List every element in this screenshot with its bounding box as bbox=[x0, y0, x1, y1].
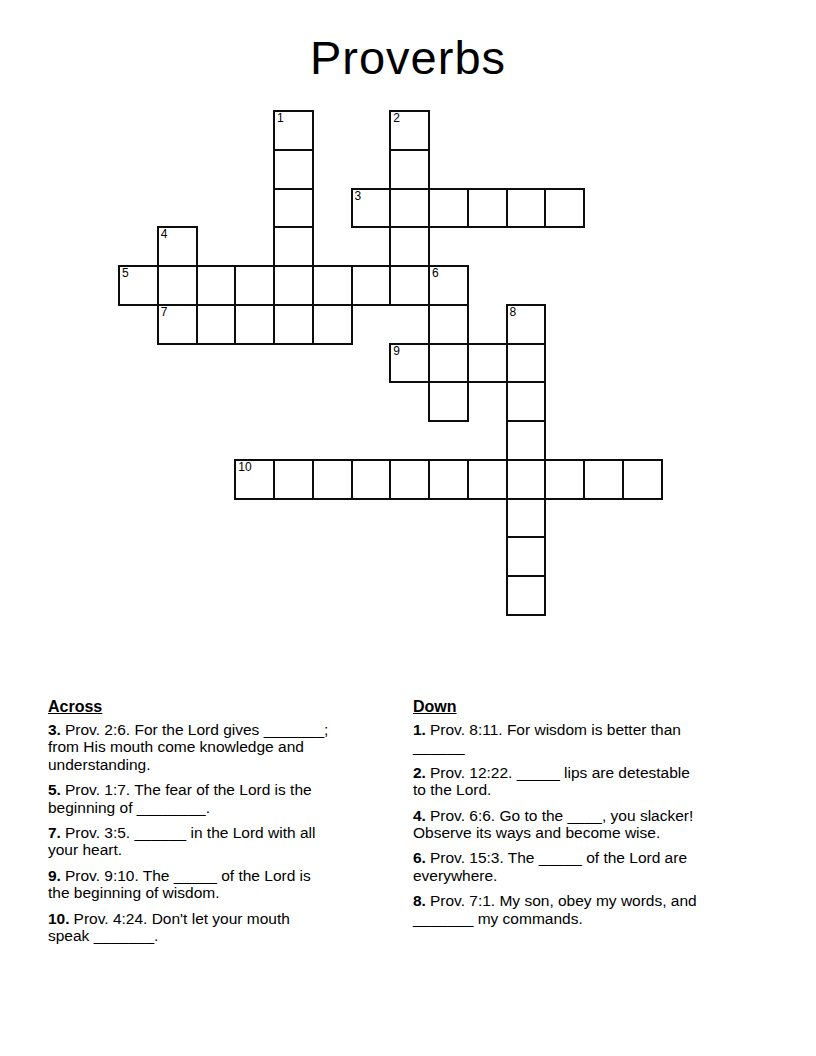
grid-cell-r2c8[interactable] bbox=[428, 188, 469, 229]
grid-cell-r6c7[interactable]: 9 bbox=[389, 343, 430, 384]
grid-cell-r11c10[interactable] bbox=[506, 536, 547, 577]
grid-cell-r1c4[interactable] bbox=[273, 149, 314, 190]
grid-cell-r2c9[interactable] bbox=[467, 188, 508, 229]
grid-cell-r3c4[interactable] bbox=[273, 226, 314, 267]
clue-down-6: 6.Prov. 15:3. The _____ of the Lord are … bbox=[413, 849, 751, 884]
grid-cell-r4c8[interactable]: 6 bbox=[428, 265, 469, 306]
grid-cell-r9c12[interactable] bbox=[583, 459, 624, 500]
grid-cell-r9c6[interactable] bbox=[351, 459, 392, 500]
clue-text: Prov. 4:24. Don't let your mouth speak _… bbox=[48, 910, 290, 944]
clue-number: 8. bbox=[413, 892, 426, 909]
grid-cell-r4c6[interactable] bbox=[351, 265, 392, 306]
cell-number-2: 2 bbox=[393, 112, 400, 125]
grid-cell-r7c8[interactable] bbox=[428, 381, 469, 422]
cell-number-4: 4 bbox=[161, 228, 168, 241]
crossword-grid: 12345678910 bbox=[118, 110, 663, 616]
grid-cell-r12c10[interactable] bbox=[506, 575, 547, 616]
down-header: Down bbox=[413, 698, 751, 716]
clue-down-8: 8.Prov. 7:1. My son, obey my words, and … bbox=[413, 892, 751, 927]
cell-number-5: 5 bbox=[122, 267, 129, 280]
grid-cell-r4c4[interactable] bbox=[273, 265, 314, 306]
clue-text: Prov. 3:5. ______ in the Lord with all y… bbox=[48, 824, 315, 858]
grid-cell-r5c8[interactable] bbox=[428, 304, 469, 345]
grid-cell-r0c7[interactable]: 2 bbox=[389, 110, 430, 151]
grid-cell-r9c13[interactable] bbox=[622, 459, 663, 500]
grid-cell-r4c3[interactable] bbox=[234, 265, 275, 306]
grid-cell-r6c8[interactable] bbox=[428, 343, 469, 384]
across-clues-section: Across 3.Prov. 2:6. For the Lord gives _… bbox=[48, 698, 386, 952]
grid-cell-r9c10[interactable] bbox=[506, 459, 547, 500]
clue-number: 9. bbox=[48, 867, 61, 884]
clue-across-9: 9.Prov. 9:10. The _____ of the Lord is t… bbox=[48, 867, 386, 902]
clue-number: 10. bbox=[48, 910, 70, 927]
clue-across-3: 3.Prov. 2:6. For the Lord gives _______;… bbox=[48, 721, 386, 773]
clue-down-2: 2.Prov. 12:22. _____ lips are detestable… bbox=[413, 764, 751, 799]
clue-number: 2. bbox=[413, 764, 426, 781]
grid-cell-r5c1[interactable]: 7 bbox=[157, 304, 198, 345]
grid-cell-r9c3[interactable]: 10 bbox=[234, 459, 275, 500]
grid-cell-r5c5[interactable] bbox=[312, 304, 353, 345]
cell-number-9: 9 bbox=[393, 345, 400, 358]
grid-cell-r9c4[interactable] bbox=[273, 459, 314, 500]
grid-cell-r9c5[interactable] bbox=[312, 459, 353, 500]
grid-cell-r9c7[interactable] bbox=[389, 459, 430, 500]
down-clue-list: 1.Prov. 8:11. For wisdom is better than … bbox=[413, 721, 751, 927]
grid-cell-r9c11[interactable] bbox=[544, 459, 585, 500]
grid-cell-r5c4[interactable] bbox=[273, 304, 314, 345]
grid-cell-r2c7[interactable] bbox=[389, 188, 430, 229]
clue-text: Prov. 1:7. The fear of the Lord is the b… bbox=[48, 781, 312, 815]
grid-cell-r1c7[interactable] bbox=[389, 149, 430, 190]
crossword-worksheet-page: Proverbs 12345678910 Across 3.Prov. 2:6.… bbox=[0, 0, 816, 1056]
grid-cell-r4c1[interactable] bbox=[157, 265, 198, 306]
grid-cell-r5c2[interactable] bbox=[196, 304, 237, 345]
cell-number-10: 10 bbox=[238, 461, 251, 474]
clue-across-7: 7.Prov. 3:5. ______ in the Lord with all… bbox=[48, 824, 386, 859]
grid-cell-r6c9[interactable] bbox=[467, 343, 508, 384]
down-clues-section: Down 1.Prov. 8:11. For wisdom is better … bbox=[413, 698, 751, 935]
clue-text: Prov. 6:6. Go to the ____, you slacker! … bbox=[413, 807, 693, 841]
grid-cell-r3c1[interactable]: 4 bbox=[157, 226, 198, 267]
grid-cell-r2c10[interactable] bbox=[506, 188, 547, 229]
grid-cell-r4c7[interactable] bbox=[389, 265, 430, 306]
clue-across-5: 5.Prov. 1:7. The fear of the Lord is the… bbox=[48, 781, 386, 816]
clue-down-4: 4.Prov. 6:6. Go to the ____, you slacker… bbox=[413, 807, 751, 842]
grid-cell-r2c4[interactable] bbox=[273, 188, 314, 229]
clue-text: Prov. 7:1. My son, obey my words, and __… bbox=[413, 892, 697, 926]
grid-cell-r5c10[interactable]: 8 bbox=[506, 304, 547, 345]
clue-text: Prov. 9:10. The _____ of the Lord is the… bbox=[48, 867, 311, 901]
grid-cell-r5c3[interactable] bbox=[234, 304, 275, 345]
clue-number: 7. bbox=[48, 824, 61, 841]
cell-number-1: 1 bbox=[277, 112, 284, 125]
clue-number: 1. bbox=[413, 721, 426, 738]
clue-down-1: 1.Prov. 8:11. For wisdom is better than … bbox=[413, 721, 751, 756]
grid-cell-r6c10[interactable] bbox=[506, 343, 547, 384]
cell-number-6: 6 bbox=[432, 267, 439, 280]
grid-cell-r9c9[interactable] bbox=[467, 459, 508, 500]
across-clue-list: 3.Prov. 2:6. For the Lord gives _______;… bbox=[48, 721, 386, 944]
cell-number-7: 7 bbox=[161, 306, 168, 319]
grid-cell-r4c2[interactable] bbox=[196, 265, 237, 306]
clue-text: Prov. 15:3. The _____ of the Lord are ev… bbox=[413, 849, 687, 883]
across-header: Across bbox=[48, 698, 386, 716]
puzzle-title: Proverbs bbox=[0, 30, 816, 85]
cell-number-3: 3 bbox=[355, 190, 362, 203]
clue-text: Prov. 2:6. For the Lord gives _______; f… bbox=[48, 721, 328, 773]
grid-cell-r8c10[interactable] bbox=[506, 420, 547, 461]
clue-number: 3. bbox=[48, 721, 61, 738]
clue-text: Prov. 12:22. _____ lips are detestable t… bbox=[413, 764, 690, 798]
cell-number-8: 8 bbox=[510, 306, 517, 319]
grid-cell-r7c10[interactable] bbox=[506, 381, 547, 422]
grid-cell-r4c0[interactable]: 5 bbox=[118, 265, 159, 306]
clue-number: 6. bbox=[413, 849, 426, 866]
grid-cell-r2c11[interactable] bbox=[544, 188, 585, 229]
grid-cell-r10c10[interactable] bbox=[506, 498, 547, 539]
clue-text: Prov. 8:11. For wisdom is better than __… bbox=[413, 721, 681, 755]
clue-number: 5. bbox=[48, 781, 61, 798]
grid-cell-r0c4[interactable]: 1 bbox=[273, 110, 314, 151]
grid-cell-r9c8[interactable] bbox=[428, 459, 469, 500]
clue-across-10: 10.Prov. 4:24. Don't let your mouth spea… bbox=[48, 910, 386, 945]
grid-cell-r4c5[interactable] bbox=[312, 265, 353, 306]
grid-cell-r2c6[interactable]: 3 bbox=[351, 188, 392, 229]
clue-number: 4. bbox=[413, 807, 426, 824]
grid-cell-r3c7[interactable] bbox=[389, 226, 430, 267]
